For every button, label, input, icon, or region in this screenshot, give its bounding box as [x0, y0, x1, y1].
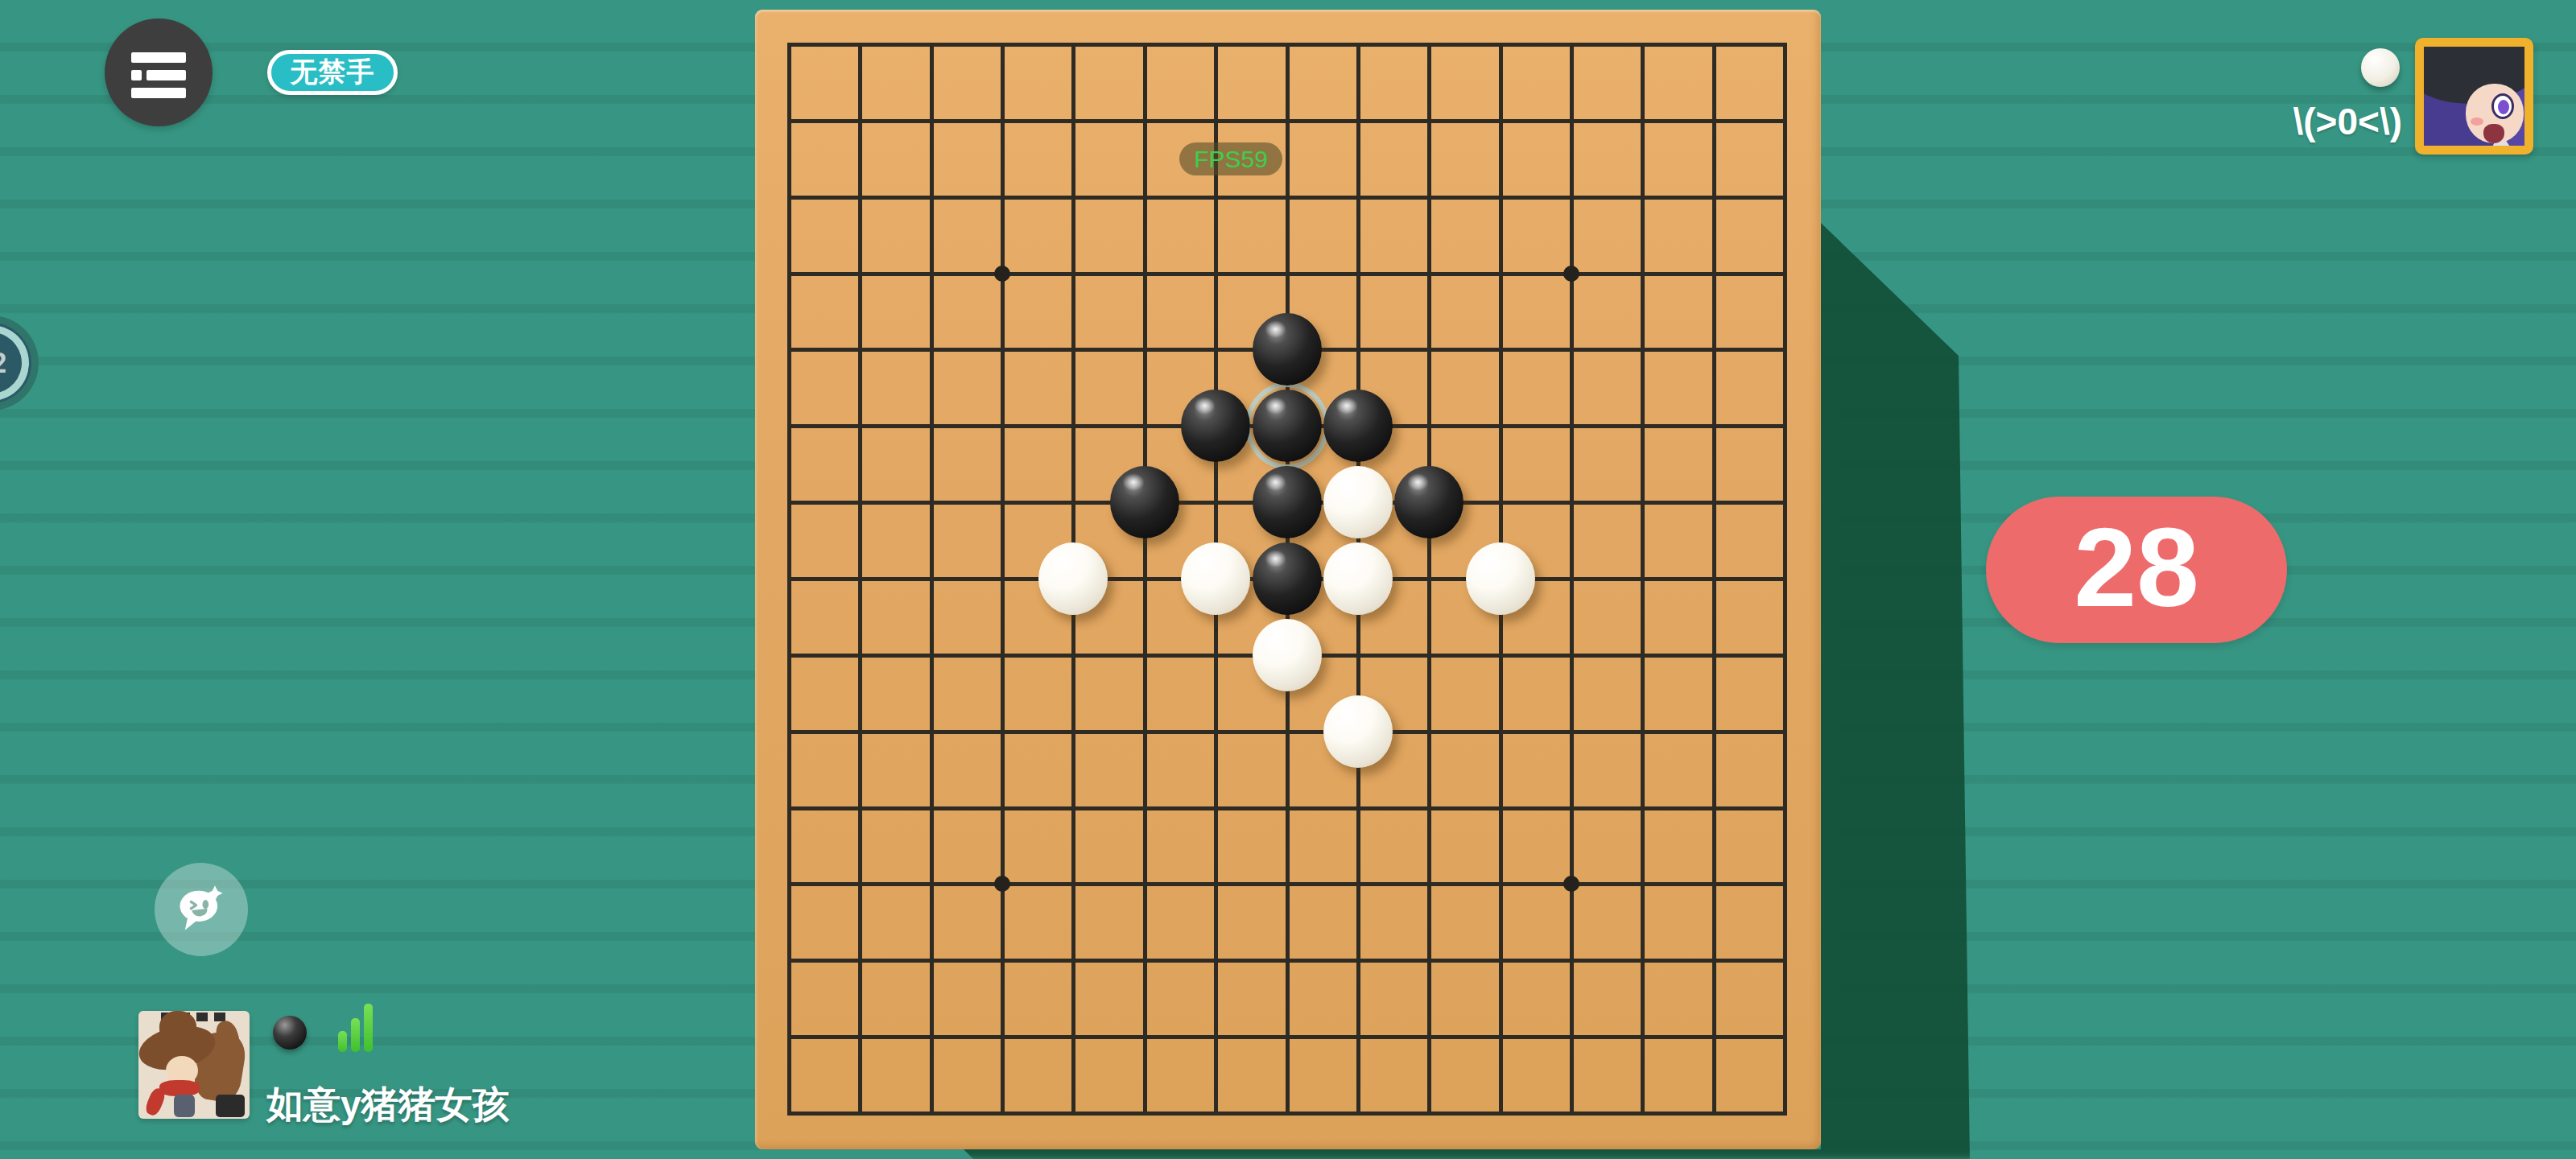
- fps-overlay: FPS59: [1179, 142, 1282, 175]
- stone-white[interactable]: [1253, 619, 1322, 691]
- connection-signal-bars: [338, 1004, 375, 1052]
- menu-button[interactable]: [105, 19, 213, 126]
- stone-white[interactable]: [1323, 542, 1393, 615]
- grid-line-horizontal: [787, 882, 1787, 886]
- star-point: [1563, 876, 1579, 892]
- hamburger-menu-icon: [131, 52, 186, 63]
- stone-black[interactable]: [1181, 390, 1250, 462]
- grid-line-horizontal: [787, 1035, 1787, 1039]
- grid-line-vertical: [1783, 43, 1787, 1116]
- grid-line-horizontal: [787, 730, 1787, 734]
- stone-black[interactable]: [1253, 390, 1322, 462]
- emote-chat-button[interactable]: [155, 863, 248, 956]
- stone-white[interactable]: [1038, 542, 1108, 615]
- stone-black[interactable]: [1253, 313, 1322, 386]
- grid-line-horizontal: [787, 806, 1787, 810]
- stone-black[interactable]: [1110, 466, 1179, 538]
- grid-line-vertical: [1427, 43, 1431, 1116]
- rule-badge: 无禁手: [267, 50, 398, 95]
- stone-black[interactable]: [1253, 542, 1322, 615]
- stone-white[interactable]: [1323, 466, 1393, 538]
- player-name: 如意y猪猪女孩: [266, 1080, 510, 1130]
- stone-white[interactable]: [1181, 542, 1250, 615]
- stone-black[interactable]: [1323, 390, 1393, 462]
- ping-gauge: 22: [0, 316, 39, 410]
- player-stone-indicator-black: [273, 1016, 307, 1050]
- stone-white[interactable]: [1323, 695, 1393, 768]
- ping-value: 22: [0, 316, 39, 410]
- grid-line-vertical: [1712, 43, 1716, 1116]
- grid-line-horizontal: [787, 959, 1787, 963]
- star-point: [1563, 266, 1579, 282]
- opponent-avatar[interactable]: [2415, 38, 2533, 155]
- opponent-emote-text: \(>0<\): [2190, 100, 2402, 143]
- star-point: [994, 876, 1010, 892]
- game-screen: FPS59 无禁手 22 28 \(>0<\): [0, 0, 2576, 1159]
- stone-black[interactable]: [1253, 466, 1322, 538]
- board-grid[interactable]: [789, 44, 1785, 1113]
- grid-line-horizontal: [787, 1112, 1787, 1116]
- stone-black[interactable]: [1394, 466, 1463, 538]
- opponent-stone-indicator-white: [2361, 48, 2400, 87]
- stone-white[interactable]: [1466, 542, 1535, 615]
- chat-smiley-sparkle-icon: [174, 882, 229, 937]
- grid-line-vertical: [1641, 43, 1645, 1116]
- grid-line-vertical: [1570, 43, 1574, 1116]
- star-point: [994, 266, 1010, 282]
- move-timer: 28: [1986, 497, 2287, 643]
- gomoku-board[interactable]: [755, 10, 1821, 1149]
- player-avatar[interactable]: [138, 1011, 250, 1119]
